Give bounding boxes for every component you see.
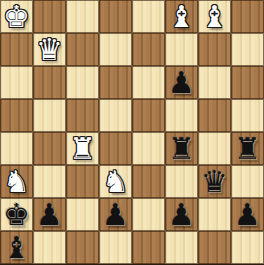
square-e1[interactable]	[132, 231, 165, 264]
square-b5[interactable]	[33, 99, 66, 132]
black-rook-icon[interactable]: ♜	[168, 132, 195, 165]
square-g4[interactable]	[198, 132, 231, 165]
square-h4[interactable]: ♜	[231, 132, 264, 165]
square-a3[interactable]: ♞	[0, 165, 33, 198]
square-c1[interactable]	[66, 231, 99, 264]
square-f2[interactable]: ♟	[165, 198, 198, 231]
white-queen-icon[interactable]: ♛	[36, 33, 63, 66]
square-e8[interactable]	[132, 0, 165, 33]
white-bishop-icon[interactable]: ♝	[201, 0, 228, 33]
square-e5[interactable]	[132, 99, 165, 132]
square-b1[interactable]	[33, 231, 66, 264]
square-g8[interactable]: ♝	[198, 0, 231, 33]
square-a4[interactable]	[0, 132, 33, 165]
black-pawn-icon[interactable]: ♟	[168, 66, 195, 99]
white-bishop-icon[interactable]: ♝	[168, 0, 195, 33]
square-d5[interactable]	[99, 99, 132, 132]
black-pawn-icon[interactable]: ♟	[234, 198, 261, 231]
square-f4[interactable]: ♜	[165, 132, 198, 165]
square-c4[interactable]: ♜	[66, 132, 99, 165]
square-a2[interactable]: ♚	[0, 198, 33, 231]
chess-board: ♚♝♝♛♟♜♜♜♞♞♛♚♟♟♟♟♝	[0, 0, 264, 265]
square-e4[interactable]	[132, 132, 165, 165]
square-d3[interactable]: ♞	[99, 165, 132, 198]
square-b2[interactable]: ♟	[33, 198, 66, 231]
square-d2[interactable]: ♟	[99, 198, 132, 231]
square-f8[interactable]: ♝	[165, 0, 198, 33]
square-e3[interactable]	[132, 165, 165, 198]
square-e7[interactable]	[132, 33, 165, 66]
square-b6[interactable]	[33, 66, 66, 99]
black-pawn-icon[interactable]: ♟	[102, 198, 129, 231]
square-a6[interactable]	[0, 66, 33, 99]
square-h1[interactable]	[231, 231, 264, 264]
square-g5[interactable]	[198, 99, 231, 132]
square-g7[interactable]	[198, 33, 231, 66]
square-c8[interactable]	[66, 0, 99, 33]
square-e6[interactable]	[132, 66, 165, 99]
white-knight-icon[interactable]: ♞	[3, 165, 30, 198]
square-c7[interactable]	[66, 33, 99, 66]
square-f3[interactable]	[165, 165, 198, 198]
square-h5[interactable]	[231, 99, 264, 132]
black-pawn-icon[interactable]: ♟	[168, 198, 195, 231]
black-pawn-icon[interactable]: ♟	[36, 198, 63, 231]
square-f5[interactable]	[165, 99, 198, 132]
square-a7[interactable]	[0, 33, 33, 66]
square-g2[interactable]	[198, 198, 231, 231]
square-g3[interactable]: ♛	[198, 165, 231, 198]
square-a8[interactable]: ♚	[0, 0, 33, 33]
square-f1[interactable]	[165, 231, 198, 264]
square-d7[interactable]	[99, 33, 132, 66]
square-e2[interactable]	[132, 198, 165, 231]
white-rook-icon[interactable]: ♜	[69, 132, 96, 165]
chess-board-window: ♚♝♝♛♟♜♜♜♞♞♛♚♟♟♟♟♝	[0, 0, 264, 265]
square-d6[interactable]	[99, 66, 132, 99]
black-king-icon[interactable]: ♚	[3, 198, 30, 231]
white-knight-icon[interactable]: ♞	[102, 165, 129, 198]
square-h7[interactable]	[231, 33, 264, 66]
square-c2[interactable]	[66, 198, 99, 231]
square-h6[interactable]	[231, 66, 264, 99]
square-b4[interactable]	[33, 132, 66, 165]
square-d8[interactable]	[99, 0, 132, 33]
black-rook-icon[interactable]: ♜	[234, 132, 261, 165]
square-f6[interactable]: ♟	[165, 66, 198, 99]
square-c6[interactable]	[66, 66, 99, 99]
white-king-icon[interactable]: ♚	[3, 0, 30, 33]
square-h2[interactable]: ♟	[231, 198, 264, 231]
square-c3[interactable]	[66, 165, 99, 198]
square-h8[interactable]	[231, 0, 264, 33]
square-h3[interactable]	[231, 165, 264, 198]
black-queen-icon[interactable]: ♛	[201, 165, 228, 198]
square-a1[interactable]: ♝	[0, 231, 33, 264]
square-g1[interactable]	[198, 231, 231, 264]
square-g6[interactable]	[198, 66, 231, 99]
square-b3[interactable]	[33, 165, 66, 198]
square-d1[interactable]	[99, 231, 132, 264]
square-d4[interactable]	[99, 132, 132, 165]
square-a5[interactable]	[0, 99, 33, 132]
square-c5[interactable]	[66, 99, 99, 132]
square-f7[interactable]	[165, 33, 198, 66]
black-bishop-icon[interactable]: ♝	[3, 231, 30, 264]
square-b7[interactable]: ♛	[33, 33, 66, 66]
square-b8[interactable]	[33, 0, 66, 33]
